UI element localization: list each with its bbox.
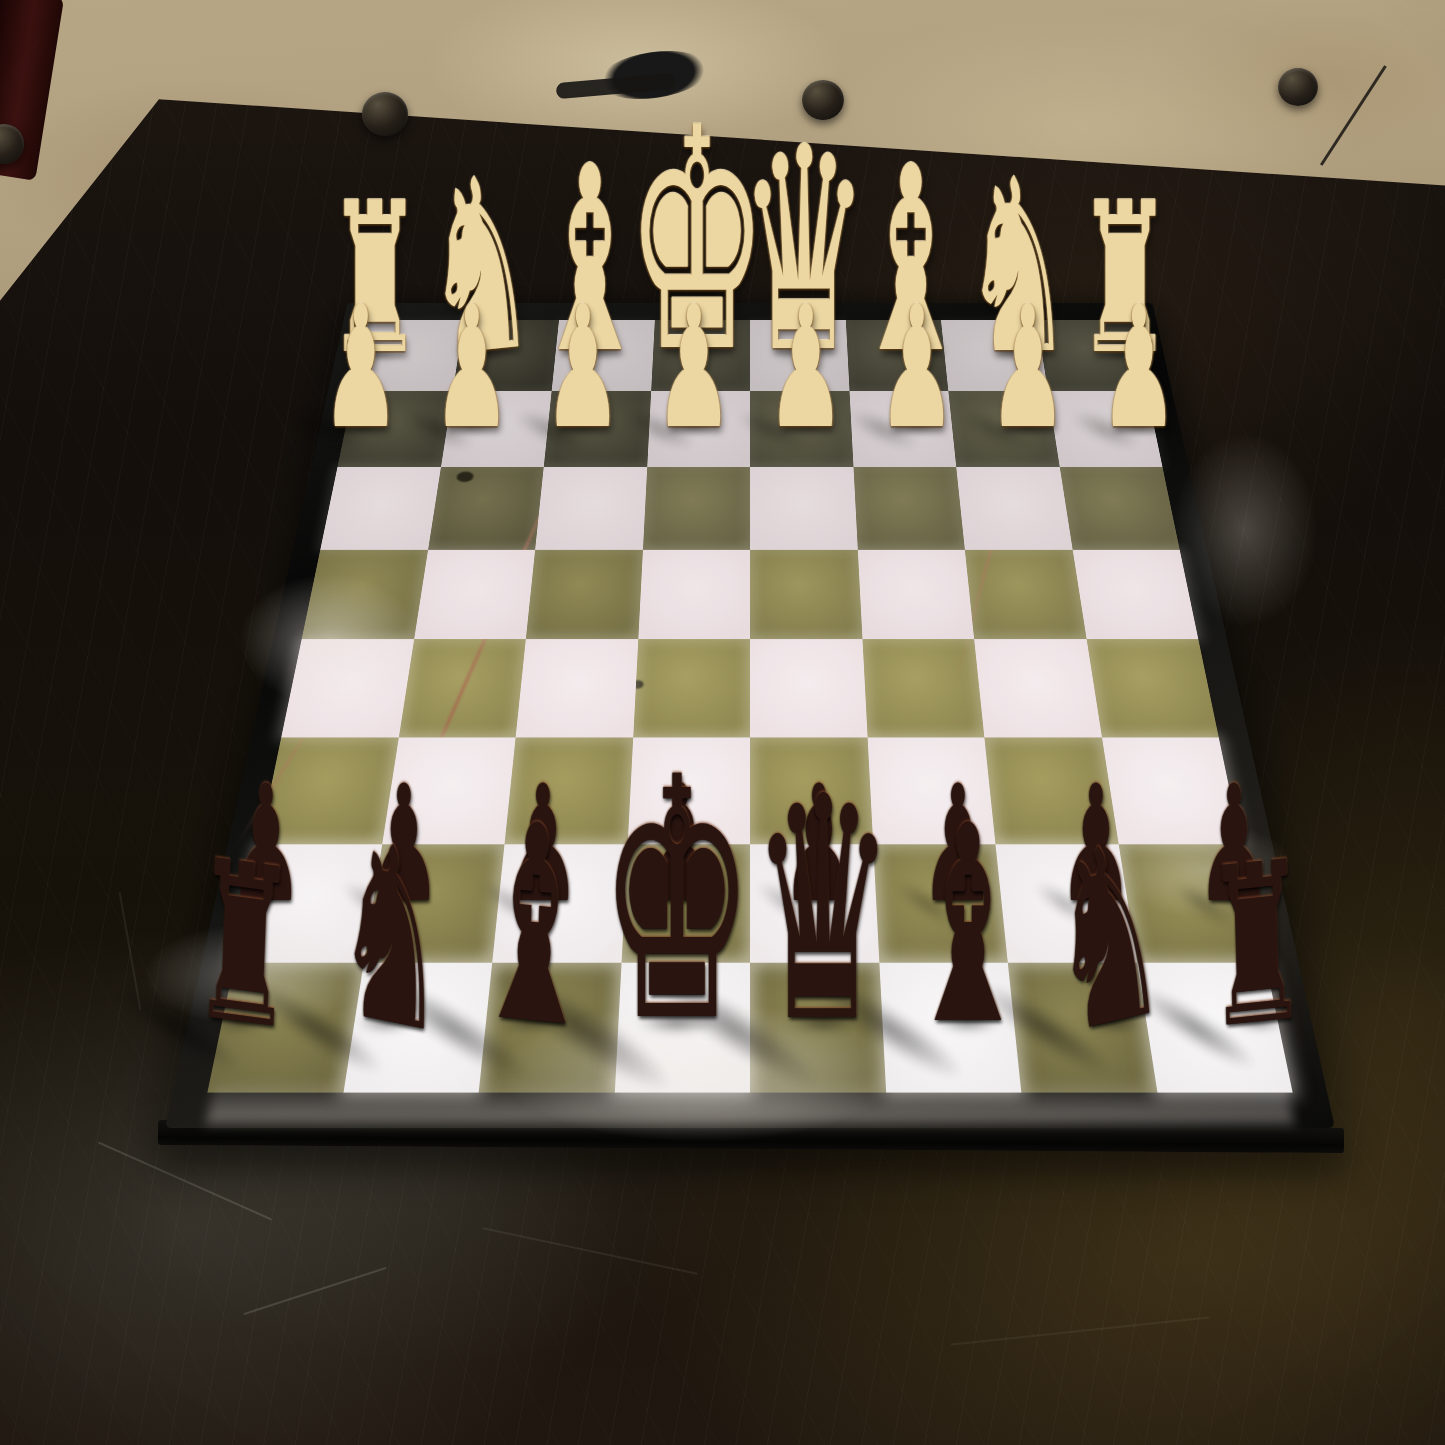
dark-square — [1059, 467, 1179, 550]
light-square — [627, 737, 750, 844]
dark-square — [1118, 844, 1265, 962]
dark-square — [948, 391, 1059, 467]
dark-square — [207, 962, 363, 1092]
light-square — [281, 639, 413, 737]
light-square — [535, 467, 647, 550]
dark-square — [259, 737, 398, 844]
chess-board — [165, 303, 1335, 1128]
dark-square — [845, 320, 948, 391]
dark-square — [621, 844, 750, 962]
dark-square — [643, 467, 750, 550]
dark-square — [526, 549, 643, 639]
light-square — [234, 844, 381, 962]
dark-square — [453, 320, 559, 391]
dark-square — [750, 962, 886, 1092]
dark-square — [1008, 962, 1157, 1092]
light-square — [441, 391, 552, 467]
light-square — [638, 549, 750, 639]
board-perspective-wrapper — [0, 0, 1445, 1445]
light-square — [879, 962, 1021, 1092]
light-square — [552, 320, 655, 391]
light-square — [1137, 962, 1293, 1092]
dark-square — [984, 737, 1118, 844]
dark-square — [750, 737, 873, 844]
light-square — [1072, 549, 1198, 639]
dark-square — [479, 962, 621, 1092]
dark-square — [633, 639, 750, 737]
light-square — [750, 320, 849, 391]
dark-square — [338, 391, 453, 467]
light-square — [353, 320, 463, 391]
dark-square — [750, 549, 862, 639]
light-square — [343, 962, 492, 1092]
dark-square — [1086, 639, 1218, 737]
light-square — [414, 549, 535, 639]
dark-square — [428, 467, 544, 550]
light-square — [1102, 737, 1241, 844]
dark-square — [873, 844, 1008, 962]
photo-chess-scene: ♜♞♝♛♚♝♞♜♟♟♟♟♟♟♟♟♟♟♟♟♟♟♟♟♜♞♝♛♚♝♞♜ — [0, 0, 1445, 1445]
light-square — [750, 844, 879, 962]
dark-square — [504, 737, 632, 844]
light-square — [857, 549, 974, 639]
light-square — [1047, 391, 1162, 467]
dark-square — [544, 391, 651, 467]
dark-square — [1036, 320, 1146, 391]
light-square — [941, 320, 1047, 391]
light-square — [750, 467, 857, 550]
light-square — [867, 737, 995, 844]
dark-square — [965, 549, 1086, 639]
light-square — [849, 391, 956, 467]
light-square — [516, 639, 638, 737]
light-square — [750, 639, 867, 737]
light-square — [995, 844, 1136, 962]
board-grid — [207, 320, 1292, 1093]
light-square — [647, 391, 750, 467]
light-square — [974, 639, 1101, 737]
light-square — [492, 844, 627, 962]
dark-square — [853, 467, 965, 550]
dark-square — [651, 320, 750, 391]
dark-square — [862, 639, 984, 737]
light-square — [614, 962, 750, 1092]
dark-square — [750, 391, 853, 467]
light-square — [320, 467, 440, 550]
dark-square — [302, 549, 428, 639]
light-square — [382, 737, 516, 844]
light-square — [956, 467, 1072, 550]
